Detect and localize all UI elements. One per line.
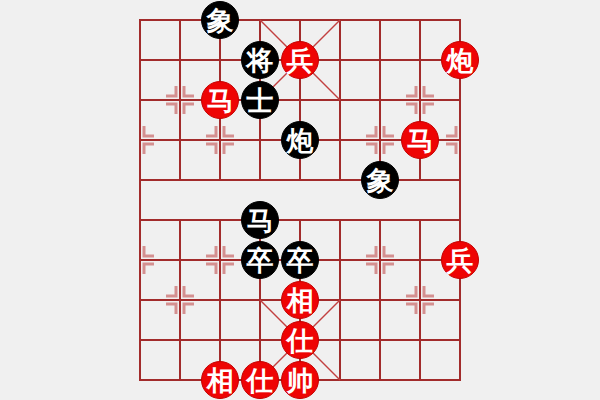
piece-red-king[interactable]: 帅 <box>281 361 319 399</box>
piece-red-horse[interactable]: 马 <box>201 81 239 119</box>
piece-black-soldier[interactable]: 卒 <box>241 241 279 279</box>
piece-black-advisor[interactable]: 士 <box>241 81 279 119</box>
piece-red-advisor[interactable]: 仕 <box>281 321 319 359</box>
piece-red-soldier[interactable]: 兵 <box>281 41 319 79</box>
piece-red-soldier[interactable]: 兵 <box>441 241 479 279</box>
piece-black-elephant[interactable]: 象 <box>361 161 399 199</box>
piece-black-soldier[interactable]: 卒 <box>281 241 319 279</box>
piece-black-cannon[interactable]: 炮 <box>281 121 319 159</box>
piece-red-cannon[interactable]: 炮 <box>441 41 479 79</box>
piece-red-elephant[interactable]: 相 <box>281 281 319 319</box>
piece-black-general[interactable]: 将 <box>241 41 279 79</box>
piece-red-horse[interactable]: 马 <box>401 121 439 159</box>
xiangqi-board: 象将兵炮马士炮马象马卒卒兵相仕相仕帅 <box>0 0 600 400</box>
piece-black-horse[interactable]: 马 <box>241 201 279 239</box>
piece-black-elephant[interactable]: 象 <box>201 1 239 39</box>
piece-red-advisor[interactable]: 仕 <box>241 361 279 399</box>
board-intersections[interactable]: 象将兵炮马士炮马象马卒卒兵相仕相仕帅 <box>120 0 480 400</box>
piece-red-elephant[interactable]: 相 <box>201 361 239 399</box>
